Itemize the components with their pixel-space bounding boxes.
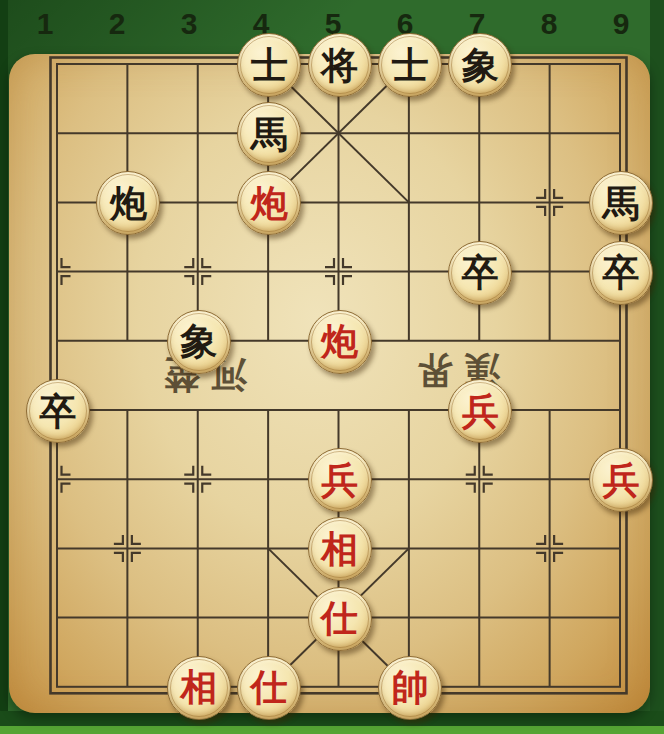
- piece-black-horse[interactable]: 馬: [589, 171, 653, 235]
- piece-glyph: 卒: [40, 393, 77, 430]
- piece-red-advisor[interactable]: 仕: [308, 587, 372, 651]
- piece-black-elephant[interactable]: 象: [167, 310, 231, 374]
- piece-black-horse[interactable]: 馬: [237, 102, 301, 166]
- piece-glyph: 炮: [251, 185, 288, 222]
- xiangqi-app-screen: 123456789 楚河 界漢 士将士象馬炮炮馬卒卒象炮卒兵兵兵相仕相仕帥: [0, 0, 664, 734]
- piece-glyph: 象: [462, 47, 499, 84]
- piece-black-advisor[interactable]: 士: [237, 33, 301, 97]
- piece-glyph: 将: [321, 47, 358, 84]
- piece-glyph: 卒: [603, 254, 640, 291]
- piece-red-elephant[interactable]: 相: [308, 517, 372, 581]
- piece-black-soldier[interactable]: 卒: [448, 241, 512, 305]
- piece-red-cannon[interactable]: 炮: [308, 310, 372, 374]
- piece-layer: 士将士象馬炮炮馬卒卒象炮卒兵兵兵相仕相仕帥: [0, 0, 664, 734]
- piece-glyph: 象: [180, 323, 217, 360]
- piece-glyph: 炮: [110, 185, 147, 222]
- piece-glyph: 士: [391, 47, 428, 84]
- piece-glyph: 炮: [321, 323, 358, 360]
- piece-glyph: 相: [321, 531, 358, 568]
- piece-glyph: 兵: [603, 462, 640, 499]
- piece-glyph: 相: [180, 669, 217, 706]
- piece-red-cannon[interactable]: 炮: [237, 171, 301, 235]
- piece-red-elephant[interactable]: 相: [167, 656, 231, 720]
- piece-red-general[interactable]: 帥: [378, 656, 442, 720]
- piece-glyph: 仕: [321, 600, 358, 637]
- piece-black-general[interactable]: 将: [308, 33, 372, 97]
- piece-glyph: 馬: [603, 185, 640, 222]
- piece-glyph: 帥: [391, 669, 428, 706]
- piece-red-soldier[interactable]: 兵: [308, 448, 372, 512]
- piece-black-cannon[interactable]: 炮: [96, 171, 160, 235]
- piece-black-soldier[interactable]: 卒: [589, 241, 653, 305]
- piece-glyph: 馬: [251, 116, 288, 153]
- piece-glyph: 士: [251, 47, 288, 84]
- piece-glyph: 兵: [321, 462, 358, 499]
- piece-black-advisor[interactable]: 士: [378, 33, 442, 97]
- piece-red-advisor[interactable]: 仕: [237, 656, 301, 720]
- piece-glyph: 卒: [462, 254, 499, 291]
- piece-black-soldier[interactable]: 卒: [26, 379, 90, 443]
- piece-red-soldier[interactable]: 兵: [589, 448, 653, 512]
- piece-red-soldier[interactable]: 兵: [448, 379, 512, 443]
- piece-glyph: 仕: [251, 669, 288, 706]
- piece-glyph: 兵: [462, 393, 499, 430]
- piece-black-elephant[interactable]: 象: [448, 33, 512, 97]
